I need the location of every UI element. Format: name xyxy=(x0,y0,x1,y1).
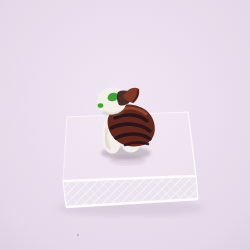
dust-speck xyxy=(77,234,79,236)
photo-canvas xyxy=(0,0,250,250)
photo xyxy=(0,0,250,250)
figurine-reflection xyxy=(110,155,146,165)
figurine-eye-small xyxy=(98,103,104,108)
